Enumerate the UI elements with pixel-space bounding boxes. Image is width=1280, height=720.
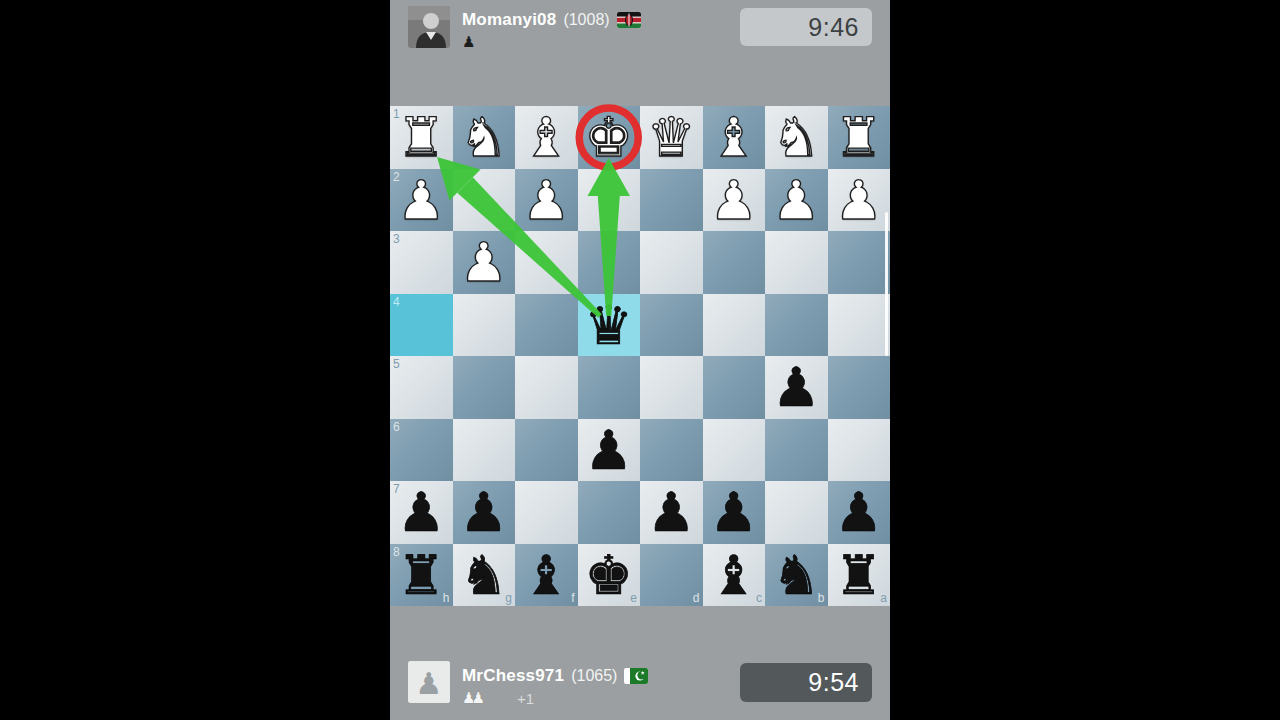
- top-player-rating: (1008): [563, 11, 609, 29]
- square-b6[interactable]: [765, 419, 828, 482]
- file-label-d: d: [693, 592, 700, 604]
- black-rook-a8: ♜: [828, 544, 891, 607]
- white-queen-d1: ♛: [640, 106, 703, 169]
- square-d5[interactable]: [640, 356, 703, 419]
- black-rook-h8: ♜: [390, 544, 453, 607]
- file-label-f: f: [571, 592, 574, 604]
- square-d6[interactable]: [640, 419, 703, 482]
- white-rook-h1: ♜: [390, 106, 453, 169]
- square-h7[interactable]: 7♟: [390, 481, 453, 544]
- top-player-clock: 9:46: [740, 8, 872, 46]
- bottom-player-name: MrChess971: [462, 666, 564, 686]
- square-d2[interactable]: [640, 169, 703, 232]
- top-player-photo: [408, 6, 450, 48]
- square-f7[interactable]: [515, 481, 578, 544]
- white-pawn-c2: ♟: [703, 169, 766, 232]
- top-clock-time: 9:46: [808, 13, 859, 42]
- black-pawn-b5: ♟: [765, 356, 828, 419]
- white-king-e1: ♚: [578, 106, 641, 169]
- app-screen: Momanyi08 (1008) ♟ 9:46 1♜♞♝♚♛♝♞♜2♟♟♟♟♟3…: [0, 0, 1280, 720]
- square-g2[interactable]: [453, 169, 516, 232]
- square-a3[interactable]: [828, 231, 891, 294]
- square-h1[interactable]: 1♜: [390, 106, 453, 169]
- square-c7[interactable]: ♟: [703, 481, 766, 544]
- square-e4[interactable]: ♛: [578, 294, 641, 357]
- file-label-a: a: [880, 592, 887, 604]
- square-g1[interactable]: ♞: [453, 106, 516, 169]
- rank-label-6: 6: [393, 421, 400, 433]
- bottom-clock-time: 9:54: [808, 668, 859, 697]
- black-pawn-h7: ♟: [390, 481, 453, 544]
- square-g6[interactable]: [453, 419, 516, 482]
- file-label-e: e: [630, 592, 637, 604]
- file-label-g: g: [505, 592, 512, 604]
- square-g7[interactable]: ♟: [453, 481, 516, 544]
- square-h5[interactable]: 5: [390, 356, 453, 419]
- square-h3[interactable]: 3: [390, 231, 453, 294]
- rank-label-7: 7: [393, 483, 400, 495]
- rank-label-3: 3: [393, 233, 400, 245]
- square-f6[interactable]: [515, 419, 578, 482]
- top-player-name: Momanyi08: [462, 10, 556, 30]
- square-a8[interactable]: a♜: [828, 544, 891, 607]
- square-g8[interactable]: g♞: [453, 544, 516, 607]
- rank-label-8: 8: [393, 546, 400, 558]
- square-e2[interactable]: [578, 169, 641, 232]
- square-f4[interactable]: [515, 294, 578, 357]
- square-c4[interactable]: [703, 294, 766, 357]
- move-list-scrollbar[interactable]: [885, 212, 888, 356]
- bottom-player-clock: 9:54: [740, 663, 872, 702]
- square-b8[interactable]: b♞: [765, 544, 828, 607]
- black-bishop-f8: ♝: [515, 544, 578, 607]
- square-b7[interactable]: [765, 481, 828, 544]
- square-c2[interactable]: ♟: [703, 169, 766, 232]
- square-b5[interactable]: ♟: [765, 356, 828, 419]
- black-pawn-a7: ♟: [828, 481, 891, 544]
- file-label-b: b: [818, 592, 825, 604]
- file-label-c: c: [756, 592, 762, 604]
- square-a1[interactable]: ♜: [828, 106, 891, 169]
- bottom-captured-tray: ♟ ♟ +1: [462, 689, 534, 707]
- square-c5[interactable]: [703, 356, 766, 419]
- square-f8[interactable]: f♝: [515, 544, 578, 607]
- rank-label-4: 4: [393, 296, 400, 308]
- white-bishop-c1: ♝: [703, 106, 766, 169]
- square-a7[interactable]: ♟: [828, 481, 891, 544]
- square-a2[interactable]: ♟: [828, 169, 891, 232]
- square-d3[interactable]: [640, 231, 703, 294]
- square-d4[interactable]: [640, 294, 703, 357]
- square-c1[interactable]: ♝: [703, 106, 766, 169]
- square-h6[interactable]: 6: [390, 419, 453, 482]
- bottom-player-rating: (1065): [571, 667, 617, 685]
- black-pawn-c7: ♟: [703, 481, 766, 544]
- black-knight-b8: ♞: [765, 544, 828, 607]
- black-pawn-e6: ♟: [578, 419, 641, 482]
- square-h4[interactable]: 4: [390, 294, 453, 357]
- square-c3[interactable]: [703, 231, 766, 294]
- square-b2[interactable]: ♟: [765, 169, 828, 232]
- square-a5[interactable]: [828, 356, 891, 419]
- square-f3[interactable]: [515, 231, 578, 294]
- file-label-h: h: [443, 592, 450, 604]
- black-pawn-g7: ♟: [453, 481, 516, 544]
- square-e3[interactable]: [578, 231, 641, 294]
- square-g5[interactable]: [453, 356, 516, 419]
- bottom-player-default-avatar: ♟: [408, 661, 450, 703]
- white-knight-g1: ♞: [453, 106, 516, 169]
- chess-board: 1♜♞♝♚♛♝♞♜2♟♟♟♟♟3♟4♛5♟6♟7♟♟♟♟♟8h♜g♞f♝e♚dc…: [390, 106, 890, 606]
- bottom-player-avatar[interactable]: ♟: [408, 661, 450, 703]
- black-bishop-c8: ♝: [703, 544, 766, 607]
- captured-black-pawn-icon: ♟: [462, 33, 475, 51]
- square-c6[interactable]: [703, 419, 766, 482]
- top-player-avatar[interactable]: [408, 6, 450, 48]
- square-d8[interactable]: d: [640, 544, 703, 607]
- white-pawn-g3: ♟: [453, 231, 516, 294]
- square-c8[interactable]: c♝: [703, 544, 766, 607]
- square-d1[interactable]: ♛: [640, 106, 703, 169]
- kenya-flag-icon: [617, 12, 641, 28]
- square-g3[interactable]: ♟: [453, 231, 516, 294]
- square-b1[interactable]: ♞: [765, 106, 828, 169]
- square-a4[interactable]: [828, 294, 891, 357]
- top-player-info[interactable]: Momanyi08 (1008): [462, 10, 641, 30]
- svg-text:♟: ♟: [416, 666, 443, 701]
- rank-label-2: 2: [393, 171, 400, 183]
- white-pawn-f2: ♟: [515, 169, 578, 232]
- black-queen-e4: ♛: [578, 294, 641, 357]
- square-g4[interactable]: [453, 294, 516, 357]
- black-pawn-d7: ♟: [640, 481, 703, 544]
- square-h8[interactable]: 8h♜: [390, 544, 453, 607]
- black-knight-g8: ♞: [453, 544, 516, 607]
- white-pawn-a2: ♟: [828, 169, 891, 232]
- white-pawn-h2: ♟: [390, 169, 453, 232]
- square-f1[interactable]: ♝: [515, 106, 578, 169]
- white-rook-a1: ♜: [828, 106, 891, 169]
- square-a6[interactable]: [828, 419, 891, 482]
- material-advantage: +1: [517, 690, 534, 707]
- square-f5[interactable]: [515, 356, 578, 419]
- square-e6[interactable]: ♟: [578, 419, 641, 482]
- rank-label-1: 1: [393, 108, 400, 120]
- rank-label-5: 5: [393, 358, 400, 370]
- square-b3[interactable]: [765, 231, 828, 294]
- square-h2[interactable]: 2♟: [390, 169, 453, 232]
- bottom-player-info[interactable]: MrChess971 (1065): [462, 666, 648, 686]
- white-pawn-b2: ♟: [765, 169, 828, 232]
- square-f2[interactable]: ♟: [515, 169, 578, 232]
- pakistan-flag-icon: [624, 668, 648, 684]
- captured-white-pawn-icon: ♟: [471, 689, 484, 707]
- white-knight-b1: ♞: [765, 106, 828, 169]
- square-d7[interactable]: ♟: [640, 481, 703, 544]
- game-content: Momanyi08 (1008) ♟ 9:46 1♜♞♝♚♛♝♞♜2♟♟♟♟♟3…: [390, 0, 890, 720]
- square-e1[interactable]: ♚: [578, 106, 641, 169]
- square-e7[interactable]: [578, 481, 641, 544]
- top-captured-tray: ♟: [462, 33, 475, 51]
- white-bishop-f1: ♝: [515, 106, 578, 169]
- square-b4[interactable]: [765, 294, 828, 357]
- square-e8[interactable]: e♚: [578, 544, 641, 607]
- square-e5[interactable]: [578, 356, 641, 419]
- black-king-e8: ♚: [578, 544, 641, 607]
